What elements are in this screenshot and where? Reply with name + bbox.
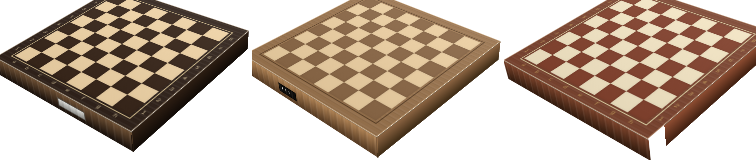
square-f2 [344, 73, 374, 91]
square-e4 [109, 44, 136, 59]
square-h7 [712, 37, 741, 53]
square-f5 [653, 43, 682, 59]
square-e1 [579, 76, 610, 95]
square-f5 [386, 47, 414, 62]
square-h2 [375, 89, 406, 109]
square-g3 [642, 69, 673, 88]
square-g3 [125, 66, 154, 84]
square-d2 [68, 56, 96, 72]
square-g1 [343, 90, 374, 110]
square-f1 [328, 82, 359, 101]
square-b1 [27, 52, 54, 68]
file-labels [253, 55, 374, 128]
square-d3 [82, 47, 109, 62]
square-c1 [550, 62, 580, 79]
square-d1 [564, 68, 594, 86]
square-d2 [316, 58, 344, 74]
board-photo-wenge-maple[interactable]: abcdefgh 87654321 87654321 [0, 0, 252, 160]
square-e2 [81, 62, 110, 79]
square-d1 [300, 66, 329, 83]
square-g6 [414, 45, 442, 60]
square-g2 [627, 80, 659, 100]
square-c2 [566, 52, 595, 68]
square-b1 [537, 55, 566, 72]
square-g6 [682, 40, 711, 56]
square-h1 [359, 99, 391, 120]
square-c1 [40, 59, 68, 75]
square-g4 [656, 59, 686, 77]
square-f5 [136, 41, 163, 56]
square-f3 [625, 62, 655, 80]
square-e2 [330, 65, 359, 82]
board-box: abcdefgh 87654321 87654321 [504, 0, 756, 139]
square-f3 [110, 59, 139, 76]
square-h5 [168, 53, 197, 69]
square-f4 [124, 50, 152, 66]
square-g1 [96, 87, 127, 107]
square-g2 [111, 76, 141, 95]
square-h2 [127, 83, 158, 102]
board-top-face: abcdefgh 87654321 87654321 [504, 0, 756, 139]
square-d2 [580, 59, 610, 76]
square-h4 [404, 69, 434, 87]
square-h5 [686, 56, 716, 73]
square-g3 [374, 71, 404, 89]
square-f2 [96, 69, 125, 87]
square-h2 [644, 88, 677, 109]
square-d3 [331, 49, 359, 65]
square-e1 [314, 74, 344, 92]
square-e2 [595, 65, 625, 83]
square-h6 [430, 52, 458, 68]
square-g2 [359, 80, 390, 99]
board-photo-walnut-maple[interactable] [252, 0, 504, 160]
square-f1 [81, 79, 111, 98]
square-h3 [389, 79, 420, 98]
square-e3 [610, 55, 640, 72]
square-f3 [359, 63, 388, 80]
board-box: abcdefgh 87654321 87654321 [0, 0, 249, 132]
square-c1 [288, 59, 316, 75]
square-h6 [180, 44, 208, 60]
square-c2 [303, 51, 331, 67]
square-h6 [699, 46, 729, 63]
square-f2 [610, 72, 641, 91]
square-h5 [417, 61, 446, 78]
square-e3 [96, 53, 124, 69]
square-g5 [401, 53, 429, 69]
square-g6 [164, 38, 191, 53]
square-g4 [388, 62, 417, 79]
chessboard-product-strip: abcdefgh 87654321 87654321 [0, 0, 756, 160]
square-h7 [442, 44, 470, 59]
square-b1 [275, 52, 303, 68]
square-f4 [640, 52, 670, 69]
rank-labels-right: 87654321 [649, 35, 756, 128]
square-e4 [359, 48, 387, 63]
square-e1 [67, 72, 96, 90]
square-h4 [155, 63, 184, 80]
square-h3 [659, 77, 691, 96]
square-e4 [624, 46, 653, 62]
board-box [252, 0, 501, 137]
board-photo-mahogany-maple[interactable]: abcdefgh 87654321 87654321 [504, 0, 756, 160]
square-d3 [595, 49, 624, 65]
rank-label: 8 [744, 35, 756, 47]
square-g4 [139, 56, 168, 73]
square-d1 [53, 65, 82, 82]
square-g5 [152, 47, 180, 63]
square-f4 [373, 55, 401, 71]
square-g5 [669, 49, 699, 66]
square-h7 [191, 36, 218, 51]
square-h3 [141, 73, 171, 91]
square-e3 [344, 56, 372, 72]
square-c2 [54, 50, 81, 66]
rank-labels-right: 87654321 [132, 34, 240, 122]
square-f1 [595, 83, 627, 103]
square-h1 [628, 100, 662, 122]
square-h4 [673, 66, 704, 84]
rank-labels-right [378, 43, 491, 127]
square-h1 [112, 95, 144, 116]
square-g1 [611, 91, 644, 112]
